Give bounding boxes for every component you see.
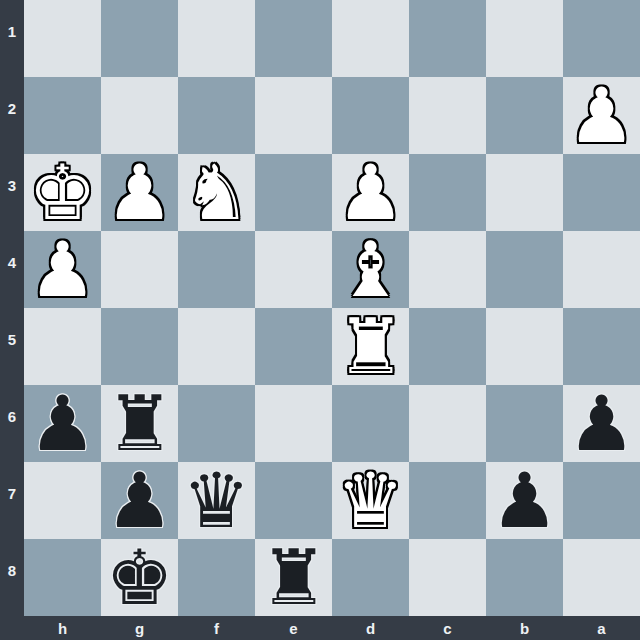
square-f7[interactable]: ♛ xyxy=(178,462,255,539)
square-f4[interactable] xyxy=(178,231,255,308)
white-rook-d5[interactable]: ♜ xyxy=(336,308,404,385)
black-pawn-g7[interactable]: ♟ xyxy=(105,462,173,539)
square-a6[interactable]: ♟ xyxy=(563,385,640,462)
rank-label-6: 6 xyxy=(0,378,24,455)
square-h5[interactable] xyxy=(24,308,101,385)
white-knight-f3[interactable]: ♞ xyxy=(182,154,250,231)
white-bishop-d4[interactable]: ♝ xyxy=(336,231,404,308)
square-e2[interactable] xyxy=(255,77,332,154)
square-h6[interactable]: ♟ xyxy=(24,385,101,462)
file-label-h: h xyxy=(24,616,101,640)
rank-label-4: 4 xyxy=(0,224,24,301)
square-h7[interactable] xyxy=(24,462,101,539)
square-g8[interactable]: ♚ xyxy=(101,539,178,616)
chess-board-frame: 12345678 ♟♚♟♞♟♟♝♜♟♜♟♟♛♛♟♚♜ hgfedcba xyxy=(0,0,640,640)
square-g7[interactable]: ♟ xyxy=(101,462,178,539)
file-label-b: b xyxy=(486,616,563,640)
square-b8[interactable] xyxy=(486,539,563,616)
black-king-g8[interactable]: ♚ xyxy=(105,539,173,616)
square-c3[interactable] xyxy=(409,154,486,231)
square-d6[interactable] xyxy=(332,385,409,462)
square-b4[interactable] xyxy=(486,231,563,308)
square-e6[interactable] xyxy=(255,385,332,462)
white-pawn-d3[interactable]: ♟ xyxy=(336,154,404,231)
square-g5[interactable] xyxy=(101,308,178,385)
square-g2[interactable] xyxy=(101,77,178,154)
rank-label-3: 3 xyxy=(0,147,24,224)
black-queen-f7[interactable]: ♛ xyxy=(182,462,250,539)
file-label-a: a xyxy=(563,616,640,640)
square-h2[interactable] xyxy=(24,77,101,154)
file-label-f: f xyxy=(178,616,255,640)
rank-label-5: 5 xyxy=(0,301,24,378)
file-label-g: g xyxy=(101,616,178,640)
square-d1[interactable] xyxy=(332,0,409,77)
square-h4[interactable]: ♟ xyxy=(24,231,101,308)
file-labels: hgfedcba xyxy=(24,616,640,640)
square-c5[interactable] xyxy=(409,308,486,385)
square-g1[interactable] xyxy=(101,0,178,77)
square-d5[interactable]: ♜ xyxy=(332,308,409,385)
rank-label-8: 8 xyxy=(0,532,24,609)
square-d3[interactable]: ♟ xyxy=(332,154,409,231)
square-c7[interactable] xyxy=(409,462,486,539)
square-f6[interactable] xyxy=(178,385,255,462)
square-b2[interactable] xyxy=(486,77,563,154)
square-e1[interactable] xyxy=(255,0,332,77)
square-b3[interactable] xyxy=(486,154,563,231)
square-d2[interactable] xyxy=(332,77,409,154)
square-g3[interactable]: ♟ xyxy=(101,154,178,231)
square-a7[interactable] xyxy=(563,462,640,539)
file-label-e: e xyxy=(255,616,332,640)
square-d7[interactable]: ♛ xyxy=(332,462,409,539)
square-b7[interactable]: ♟ xyxy=(486,462,563,539)
square-a2[interactable]: ♟ xyxy=(563,77,640,154)
square-b6[interactable] xyxy=(486,385,563,462)
black-pawn-h6[interactable]: ♟ xyxy=(28,385,96,462)
white-pawn-a2[interactable]: ♟ xyxy=(567,77,635,154)
square-a8[interactable] xyxy=(563,539,640,616)
square-e4[interactable] xyxy=(255,231,332,308)
square-c1[interactable] xyxy=(409,0,486,77)
square-d4[interactable]: ♝ xyxy=(332,231,409,308)
square-g6[interactable]: ♜ xyxy=(101,385,178,462)
rank-label-7: 7 xyxy=(0,455,24,532)
rank-labels: 12345678 xyxy=(0,0,24,616)
square-f8[interactable] xyxy=(178,539,255,616)
square-c2[interactable] xyxy=(409,77,486,154)
square-b1[interactable] xyxy=(486,0,563,77)
white-pawn-h4[interactable]: ♟ xyxy=(28,231,96,308)
square-a1[interactable] xyxy=(563,0,640,77)
rank-label-2: 2 xyxy=(0,70,24,147)
square-c8[interactable] xyxy=(409,539,486,616)
chess-board[interactable]: ♟♚♟♞♟♟♝♜♟♜♟♟♛♛♟♚♜ xyxy=(24,0,640,616)
square-a4[interactable] xyxy=(563,231,640,308)
square-e3[interactable] xyxy=(255,154,332,231)
square-c6[interactable] xyxy=(409,385,486,462)
white-queen-d7[interactable]: ♛ xyxy=(336,462,404,539)
white-pawn-g3[interactable]: ♟ xyxy=(105,154,173,231)
white-king-h3[interactable]: ♚ xyxy=(28,154,96,231)
square-e7[interactable] xyxy=(255,462,332,539)
file-label-c: c xyxy=(409,616,486,640)
square-f2[interactable] xyxy=(178,77,255,154)
black-rook-e8[interactable]: ♜ xyxy=(259,539,327,616)
square-c4[interactable] xyxy=(409,231,486,308)
square-g4[interactable] xyxy=(101,231,178,308)
square-b5[interactable] xyxy=(486,308,563,385)
square-h3[interactable]: ♚ xyxy=(24,154,101,231)
square-h1[interactable] xyxy=(24,0,101,77)
square-a3[interactable] xyxy=(563,154,640,231)
square-f3[interactable]: ♞ xyxy=(178,154,255,231)
black-pawn-a6[interactable]: ♟ xyxy=(567,385,635,462)
square-f1[interactable] xyxy=(178,0,255,77)
rank-label-1: 1 xyxy=(0,0,24,70)
black-rook-g6[interactable]: ♜ xyxy=(105,385,173,462)
square-a5[interactable] xyxy=(563,308,640,385)
square-d8[interactable] xyxy=(332,539,409,616)
file-label-d: d xyxy=(332,616,409,640)
square-e8[interactable]: ♜ xyxy=(255,539,332,616)
square-h8[interactable] xyxy=(24,539,101,616)
black-pawn-b7[interactable]: ♟ xyxy=(490,462,558,539)
square-e5[interactable] xyxy=(255,308,332,385)
square-f5[interactable] xyxy=(178,308,255,385)
